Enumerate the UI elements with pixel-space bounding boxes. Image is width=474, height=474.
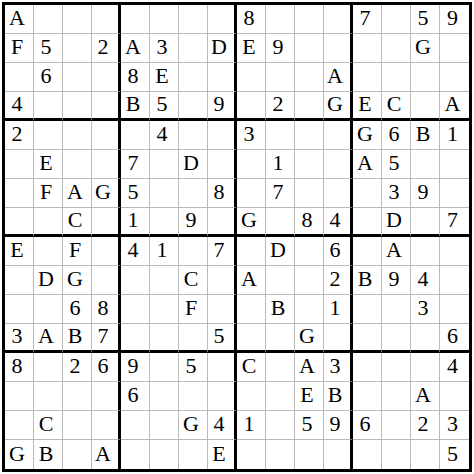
given-cell-r15c7: G xyxy=(179,411,208,440)
given-cell-r9c14: A xyxy=(382,237,411,266)
given-cell-r9c5: 4 xyxy=(121,237,150,266)
given-cell-r11c15: 3 xyxy=(411,295,440,324)
given-cell-r6c14: 5 xyxy=(382,150,411,179)
given-cell-r15c13: 6 xyxy=(353,411,382,440)
given-cell-r16c16: 5 xyxy=(440,440,469,469)
given-cell-r12c8: 5 xyxy=(208,324,237,353)
empty-cell-r16c14[interactable] xyxy=(382,440,411,469)
given-cell-r9c12: 6 xyxy=(324,237,353,266)
given-cell-r4c10: 2 xyxy=(266,92,295,121)
empty-cell-r6c15[interactable] xyxy=(411,150,440,179)
given-cell-r2c6: 3 xyxy=(150,34,179,63)
empty-cell-r15c3[interactable] xyxy=(63,411,92,440)
given-cell-r8c11: 8 xyxy=(295,208,324,237)
empty-cell-r15c5[interactable] xyxy=(121,411,150,440)
given-cell-r16c8: E xyxy=(208,440,237,469)
empty-cell-r4c7[interactable] xyxy=(179,92,208,121)
empty-cell-r15c10[interactable] xyxy=(266,411,295,440)
empty-cell-r6c3[interactable] xyxy=(63,150,92,179)
empty-cell-r2c13[interactable] xyxy=(353,34,382,63)
given-cell-r13c7: 5 xyxy=(179,353,208,382)
empty-cell-r3c14[interactable] xyxy=(382,63,411,92)
empty-cell-r6c6[interactable] xyxy=(150,150,179,179)
empty-cell-r9c16[interactable] xyxy=(440,237,469,266)
sudoku-board: A8759F52A3DE9G68EA4B592GECA243G6B1E7D1A5… xyxy=(2,2,472,472)
given-cell-r1c16: 9 xyxy=(440,5,469,34)
empty-cell-r16c15[interactable] xyxy=(411,440,440,469)
empty-cell-r3c3[interactable] xyxy=(63,63,92,92)
empty-cell-r1c2[interactable] xyxy=(34,5,63,34)
given-cell-r16c4: A xyxy=(92,440,121,469)
given-cell-r10c14: 9 xyxy=(382,266,411,295)
empty-cell-r12c9[interactable] xyxy=(237,324,266,353)
empty-cell-r5c11[interactable] xyxy=(295,121,324,150)
empty-cell-r6c16[interactable] xyxy=(440,150,469,179)
empty-cell-r13c2[interactable] xyxy=(34,353,63,382)
empty-cell-r13c13[interactable] xyxy=(353,353,382,382)
empty-cell-r8c13[interactable] xyxy=(353,208,382,237)
given-cell-r3c2: 6 xyxy=(34,63,63,92)
empty-cell-r6c12[interactable] xyxy=(324,150,353,179)
given-cell-r11c4: 8 xyxy=(92,295,121,324)
empty-cell-r9c15[interactable] xyxy=(411,237,440,266)
empty-cell-r13c15[interactable] xyxy=(411,353,440,382)
given-cell-r8c12: 4 xyxy=(324,208,353,237)
given-cell-r12c16: 6 xyxy=(440,324,469,353)
given-cell-r4c1: 4 xyxy=(5,92,34,121)
empty-cell-r5c3[interactable] xyxy=(63,121,92,150)
empty-cell-r9c9[interactable] xyxy=(237,237,266,266)
empty-cell-r5c4[interactable] xyxy=(92,121,121,150)
given-cell-r8c16: 7 xyxy=(440,208,469,237)
sudoku-board-wrapper: A8759F52A3DE9G68EA4B592GECA243G6B1E7D1A5… xyxy=(2,2,474,472)
empty-cell-r11c16[interactable] xyxy=(440,295,469,324)
given-cell-r1c9: 8 xyxy=(237,5,266,34)
given-cell-r14c5: 6 xyxy=(121,382,150,411)
empty-cell-r14c16[interactable] xyxy=(440,382,469,411)
given-cell-r11c7: F xyxy=(179,295,208,324)
given-cell-r9c10: D xyxy=(266,237,295,266)
empty-cell-r16c10[interactable] xyxy=(266,440,295,469)
empty-cell-r5c10[interactable] xyxy=(266,121,295,150)
empty-cell-r7c12[interactable] xyxy=(324,179,353,208)
given-cell-r6c5: 7 xyxy=(121,150,150,179)
empty-cell-r11c6[interactable] xyxy=(150,295,179,324)
given-cell-r13c4: 6 xyxy=(92,353,121,382)
given-cell-r11c12: 1 xyxy=(324,295,353,324)
empty-cell-r7c16[interactable] xyxy=(440,179,469,208)
empty-cell-r6c9[interactable] xyxy=(237,150,266,179)
given-cell-r12c3: B xyxy=(63,324,92,353)
given-cell-r1c15: 5 xyxy=(411,5,440,34)
empty-cell-r9c4[interactable] xyxy=(92,237,121,266)
empty-cell-r5c2[interactable] xyxy=(34,121,63,150)
empty-cell-r5c12[interactable] xyxy=(324,121,353,150)
empty-cell-r10c11[interactable] xyxy=(295,266,324,295)
empty-cell-r3c16[interactable] xyxy=(440,63,469,92)
given-cell-r16c2: B xyxy=(34,440,63,469)
empty-cell-r7c7[interactable] xyxy=(179,179,208,208)
given-cell-r2c15: G xyxy=(411,34,440,63)
given-cell-r11c10: B xyxy=(266,295,295,324)
given-cell-r2c8: D xyxy=(208,34,237,63)
empty-cell-r2c12[interactable] xyxy=(324,34,353,63)
given-cell-r9c8: 7 xyxy=(208,237,237,266)
given-cell-r14c15: A xyxy=(411,382,440,411)
given-cell-r10c9: A xyxy=(237,266,266,295)
empty-cell-r10c6[interactable] xyxy=(150,266,179,295)
empty-cell-r14c10[interactable] xyxy=(266,382,295,411)
given-cell-r3c12: A xyxy=(324,63,353,92)
given-cell-r6c2: E xyxy=(34,150,63,179)
given-cell-r4c16: A xyxy=(440,92,469,121)
given-cell-r13c9: C xyxy=(237,353,266,382)
given-cell-r7c15: 9 xyxy=(411,179,440,208)
empty-cell-r8c6[interactable] xyxy=(150,208,179,237)
given-cell-r2c5: A xyxy=(121,34,150,63)
given-cell-r4c14: C xyxy=(382,92,411,121)
empty-cell-r8c1[interactable] xyxy=(5,208,34,237)
empty-cell-r3c9[interactable] xyxy=(237,63,266,92)
empty-cell-r3c11[interactable] xyxy=(295,63,324,92)
empty-cell-r13c8[interactable] xyxy=(208,353,237,382)
given-cell-r7c8: 8 xyxy=(208,179,237,208)
empty-cell-r14c14[interactable] xyxy=(382,382,411,411)
given-cell-r12c4: 7 xyxy=(92,324,121,353)
empty-cell-r12c13[interactable] xyxy=(353,324,382,353)
empty-cell-r11c8[interactable] xyxy=(208,295,237,324)
given-cell-r15c9: 1 xyxy=(237,411,266,440)
empty-cell-r5c7[interactable] xyxy=(179,121,208,150)
empty-cell-r7c9[interactable] xyxy=(237,179,266,208)
given-cell-r14c11: E xyxy=(295,382,324,411)
empty-cell-r9c13[interactable] xyxy=(353,237,382,266)
empty-cell-r4c9[interactable] xyxy=(237,92,266,121)
empty-cell-r1c7[interactable] xyxy=(179,5,208,34)
empty-cell-r1c12[interactable] xyxy=(324,5,353,34)
given-cell-r1c1: A xyxy=(5,5,34,34)
empty-cell-r1c10[interactable] xyxy=(266,5,295,34)
given-cell-r4c13: E xyxy=(353,92,382,121)
empty-cell-r14c8[interactable] xyxy=(208,382,237,411)
given-cell-r3c5: 8 xyxy=(121,63,150,92)
given-cell-r15c8: 4 xyxy=(208,411,237,440)
given-cell-r9c6: 1 xyxy=(150,237,179,266)
empty-cell-r1c4[interactable] xyxy=(92,5,121,34)
empty-cell-r15c14[interactable] xyxy=(382,411,411,440)
given-cell-r13c3: 2 xyxy=(63,353,92,382)
empty-cell-r14c9[interactable] xyxy=(237,382,266,411)
empty-cell-r3c8[interactable] xyxy=(208,63,237,92)
empty-cell-r13c10[interactable] xyxy=(266,353,295,382)
empty-cell-r10c4[interactable] xyxy=(92,266,121,295)
empty-cell-r2c14[interactable] xyxy=(382,34,411,63)
empty-cell-r15c1[interactable] xyxy=(5,411,34,440)
given-cell-r13c5: 9 xyxy=(121,353,150,382)
empty-cell-r8c4[interactable] xyxy=(92,208,121,237)
given-cell-r2c2: 5 xyxy=(34,34,63,63)
given-cell-r8c14: D xyxy=(382,208,411,237)
given-cell-r10c13: B xyxy=(353,266,382,295)
empty-cell-r11c9[interactable] xyxy=(237,295,266,324)
given-cell-r12c11: G xyxy=(295,324,324,353)
given-cell-r15c12: 9 xyxy=(324,411,353,440)
empty-cell-r13c6[interactable] xyxy=(150,353,179,382)
empty-cell-r11c14[interactable] xyxy=(382,295,411,324)
empty-cell-r16c9[interactable] xyxy=(237,440,266,469)
given-cell-r5c9: 3 xyxy=(237,121,266,150)
given-cell-r4c12: G xyxy=(324,92,353,121)
empty-cell-r9c2[interactable] xyxy=(34,237,63,266)
given-cell-r10c7: C xyxy=(179,266,208,295)
empty-cell-r16c6[interactable] xyxy=(150,440,179,469)
empty-cell-r2c3[interactable] xyxy=(63,34,92,63)
given-cell-r13c12: 3 xyxy=(324,353,353,382)
given-cell-r2c10: 9 xyxy=(266,34,295,63)
empty-cell-r16c7[interactable] xyxy=(179,440,208,469)
empty-cell-r16c3[interactable] xyxy=(63,440,92,469)
empty-cell-r7c13[interactable] xyxy=(353,179,382,208)
empty-cell-r3c10[interactable] xyxy=(266,63,295,92)
given-cell-r6c13: A xyxy=(353,150,382,179)
empty-cell-r16c11[interactable] xyxy=(295,440,324,469)
empty-cell-r16c13[interactable] xyxy=(353,440,382,469)
empty-cell-r14c1[interactable] xyxy=(5,382,34,411)
empty-cell-r12c7[interactable] xyxy=(179,324,208,353)
given-cell-r2c9: E xyxy=(237,34,266,63)
empty-cell-r4c11[interactable] xyxy=(295,92,324,121)
empty-cell-r5c8[interactable] xyxy=(208,121,237,150)
given-cell-r7c4: G xyxy=(92,179,121,208)
given-cell-r8c7: 9 xyxy=(179,208,208,237)
empty-cell-r1c14[interactable] xyxy=(382,5,411,34)
empty-cell-r10c1[interactable] xyxy=(5,266,34,295)
empty-cell-r1c8[interactable] xyxy=(208,5,237,34)
given-cell-r7c10: 7 xyxy=(266,179,295,208)
empty-cell-r5c5[interactable] xyxy=(121,121,150,150)
given-cell-r10c3: G xyxy=(63,266,92,295)
empty-cell-r1c5[interactable] xyxy=(121,5,150,34)
given-cell-r7c2: F xyxy=(34,179,63,208)
empty-cell-r7c11[interactable] xyxy=(295,179,324,208)
given-cell-r5c15: B xyxy=(411,121,440,150)
empty-cell-r3c4[interactable] xyxy=(92,63,121,92)
given-cell-r8c5: 1 xyxy=(121,208,150,237)
given-cell-r14c12: B xyxy=(324,382,353,411)
given-cell-r4c8: 9 xyxy=(208,92,237,121)
empty-cell-r1c3[interactable] xyxy=(63,5,92,34)
given-cell-r4c5: B xyxy=(121,92,150,121)
empty-cell-r3c13[interactable] xyxy=(353,63,382,92)
empty-cell-r10c10[interactable] xyxy=(266,266,295,295)
empty-cell-r4c4[interactable] xyxy=(92,92,121,121)
empty-cell-r3c15[interactable] xyxy=(411,63,440,92)
empty-cell-r7c6[interactable] xyxy=(150,179,179,208)
given-cell-r2c1: F xyxy=(5,34,34,63)
empty-cell-r4c15[interactable] xyxy=(411,92,440,121)
empty-cell-r1c11[interactable] xyxy=(295,5,324,34)
empty-cell-r9c7[interactable] xyxy=(179,237,208,266)
empty-cell-r11c1[interactable] xyxy=(5,295,34,324)
empty-cell-r16c12[interactable] xyxy=(324,440,353,469)
empty-cell-r1c6[interactable] xyxy=(150,5,179,34)
given-cell-r6c10: 1 xyxy=(266,150,295,179)
empty-cell-r10c16[interactable] xyxy=(440,266,469,295)
empty-cell-r7c1[interactable] xyxy=(5,179,34,208)
empty-cell-r9c11[interactable] xyxy=(295,237,324,266)
empty-cell-r14c7[interactable] xyxy=(179,382,208,411)
empty-cell-r4c2[interactable] xyxy=(34,92,63,121)
empty-cell-r8c2[interactable] xyxy=(34,208,63,237)
empty-cell-r12c5[interactable] xyxy=(121,324,150,353)
empty-cell-r2c16[interactable] xyxy=(440,34,469,63)
given-cell-r8c9: G xyxy=(237,208,266,237)
empty-cell-r2c7[interactable] xyxy=(179,34,208,63)
empty-cell-r6c4[interactable] xyxy=(92,150,121,179)
empty-cell-r6c11[interactable] xyxy=(295,150,324,179)
given-cell-r10c15: 4 xyxy=(411,266,440,295)
empty-cell-r3c7[interactable] xyxy=(179,63,208,92)
empty-cell-r12c12[interactable] xyxy=(324,324,353,353)
empty-cell-r16c5[interactable] xyxy=(121,440,150,469)
given-cell-r4c6: 5 xyxy=(150,92,179,121)
empty-cell-r12c10[interactable] xyxy=(266,324,295,353)
empty-cell-r6c1[interactable] xyxy=(5,150,34,179)
given-cell-r12c1: 3 xyxy=(5,324,34,353)
empty-cell-r10c8[interactable] xyxy=(208,266,237,295)
given-cell-r12c2: A xyxy=(34,324,63,353)
empty-cell-r2c11[interactable] xyxy=(295,34,324,63)
empty-cell-r8c10[interactable] xyxy=(266,208,295,237)
given-cell-r7c14: 3 xyxy=(382,179,411,208)
empty-cell-r3c1[interactable] xyxy=(5,63,34,92)
given-cell-r13c11: A xyxy=(295,353,324,382)
given-cell-r5c14: 6 xyxy=(382,121,411,150)
given-cell-r3c6: E xyxy=(150,63,179,92)
given-cell-r5c13: G xyxy=(353,121,382,150)
empty-cell-r11c5[interactable] xyxy=(121,295,150,324)
given-cell-r7c5: 5 xyxy=(121,179,150,208)
empty-cell-r11c11[interactable] xyxy=(295,295,324,324)
empty-cell-r14c4[interactable] xyxy=(92,382,121,411)
empty-cell-r15c6[interactable] xyxy=(150,411,179,440)
empty-cell-r12c14[interactable] xyxy=(382,324,411,353)
given-cell-r1c13: 7 xyxy=(353,5,382,34)
given-cell-r15c15: 2 xyxy=(411,411,440,440)
given-cell-r15c2: C xyxy=(34,411,63,440)
given-cell-r9c1: E xyxy=(5,237,34,266)
given-cell-r5c6: 4 xyxy=(150,121,179,150)
given-cell-r5c1: 2 xyxy=(5,121,34,150)
empty-cell-r15c4[interactable] xyxy=(92,411,121,440)
empty-cell-r6c8[interactable] xyxy=(208,150,237,179)
empty-cell-r12c15[interactable] xyxy=(411,324,440,353)
empty-cell-r14c2[interactable] xyxy=(34,382,63,411)
given-cell-r13c1: 8 xyxy=(5,353,34,382)
empty-cell-r12c6[interactable] xyxy=(150,324,179,353)
given-cell-r13c16: 4 xyxy=(440,353,469,382)
given-cell-r6c7: D xyxy=(179,150,208,179)
given-cell-r8c3: C xyxy=(63,208,92,237)
given-cell-r7c3: A xyxy=(63,179,92,208)
empty-cell-r14c6[interactable] xyxy=(150,382,179,411)
given-cell-r11c3: 6 xyxy=(63,295,92,324)
empty-cell-r13c14[interactable] xyxy=(382,353,411,382)
empty-cell-r14c13[interactable] xyxy=(353,382,382,411)
empty-cell-r10c5[interactable] xyxy=(121,266,150,295)
given-cell-r10c12: 2 xyxy=(324,266,353,295)
empty-cell-r8c15[interactable] xyxy=(411,208,440,237)
empty-cell-r11c13[interactable] xyxy=(353,295,382,324)
given-cell-r2c4: 2 xyxy=(92,34,121,63)
empty-cell-r11c2[interactable] xyxy=(34,295,63,324)
empty-cell-r8c8[interactable] xyxy=(208,208,237,237)
given-cell-r9c3: F xyxy=(63,237,92,266)
given-cell-r5c16: 1 xyxy=(440,121,469,150)
given-cell-r15c16: 3 xyxy=(440,411,469,440)
given-cell-r15c11: 5 xyxy=(295,411,324,440)
empty-cell-r4c3[interactable] xyxy=(63,92,92,121)
given-cell-r10c2: D xyxy=(34,266,63,295)
given-cell-r16c1: G xyxy=(5,440,34,469)
empty-cell-r14c3[interactable] xyxy=(63,382,92,411)
